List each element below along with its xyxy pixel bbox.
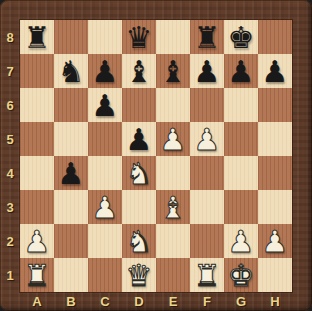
square-f7[interactable]: ♟ <box>190 54 224 88</box>
piece-black-bishop: ♝ <box>156 54 190 88</box>
square-a7[interactable] <box>20 54 54 88</box>
square-h7[interactable]: ♟ <box>258 54 292 88</box>
piece-white-knight: ♞ <box>122 224 156 258</box>
piece-black-pawn: ♟ <box>258 54 292 88</box>
piece-black-queen: ♛ <box>122 20 156 54</box>
piece-white-pawn: ♟ <box>20 224 54 258</box>
file-label-c: C <box>88 292 122 311</box>
square-f6[interactable] <box>190 88 224 122</box>
square-b2[interactable] <box>54 224 88 258</box>
piece-white-bishop: ♝ <box>156 190 190 224</box>
square-g2[interactable]: ♟ <box>224 224 258 258</box>
piece-black-pawn: ♟ <box>224 54 258 88</box>
square-f1[interactable]: ♜ <box>190 258 224 292</box>
square-h6[interactable] <box>258 88 292 122</box>
square-b8[interactable] <box>54 20 88 54</box>
square-c3[interactable]: ♟ <box>88 190 122 224</box>
square-g7[interactable]: ♟ <box>224 54 258 88</box>
rank-label-4: 4 <box>0 156 20 190</box>
square-h8[interactable] <box>258 20 292 54</box>
square-b5[interactable] <box>54 122 88 156</box>
rank-label-3: 3 <box>0 190 20 224</box>
rank-label-6: 6 <box>0 88 20 122</box>
square-h3[interactable] <box>258 190 292 224</box>
piece-black-bishop: ♝ <box>122 54 156 88</box>
square-b3[interactable] <box>54 190 88 224</box>
rank-labels: 87654321 <box>0 20 20 292</box>
square-d7[interactable]: ♝ <box>122 54 156 88</box>
square-f2[interactable] <box>190 224 224 258</box>
square-h2[interactable]: ♟ <box>258 224 292 258</box>
square-b1[interactable] <box>54 258 88 292</box>
square-d1[interactable]: ♛ <box>122 258 156 292</box>
file-label-b: B <box>54 292 88 311</box>
rank-label-7: 7 <box>0 54 20 88</box>
square-c1[interactable] <box>88 258 122 292</box>
square-c2[interactable] <box>88 224 122 258</box>
square-e8[interactable] <box>156 20 190 54</box>
board: ♜♛♜♚♞♟♝♝♟♟♟♟♟♟♟♟♞♟♝♟♞♟♟♜♛♜♚ <box>20 20 292 292</box>
piece-white-rook: ♜ <box>20 258 54 292</box>
piece-white-pawn: ♟ <box>156 122 190 156</box>
square-e5[interactable]: ♟ <box>156 122 190 156</box>
piece-black-knight: ♞ <box>54 54 88 88</box>
square-f8[interactable]: ♜ <box>190 20 224 54</box>
square-e7[interactable]: ♝ <box>156 54 190 88</box>
square-f5[interactable]: ♟ <box>190 122 224 156</box>
rank-label-8: 8 <box>0 20 20 54</box>
square-d3[interactable] <box>122 190 156 224</box>
square-c5[interactable] <box>88 122 122 156</box>
square-g1[interactable]: ♚ <box>224 258 258 292</box>
square-f3[interactable] <box>190 190 224 224</box>
file-label-f: F <box>190 292 224 311</box>
piece-white-pawn: ♟ <box>88 190 122 224</box>
square-h1[interactable] <box>258 258 292 292</box>
file-labels: ABCDEFGH <box>20 292 292 311</box>
piece-black-pawn: ♟ <box>88 54 122 88</box>
piece-black-pawn: ♟ <box>122 122 156 156</box>
square-g5[interactable] <box>224 122 258 156</box>
square-d5[interactable]: ♟ <box>122 122 156 156</box>
square-f4[interactable] <box>190 156 224 190</box>
square-a1[interactable]: ♜ <box>20 258 54 292</box>
file-label-e: E <box>156 292 190 311</box>
file-label-d: D <box>122 292 156 311</box>
square-b7[interactable]: ♞ <box>54 54 88 88</box>
square-d6[interactable] <box>122 88 156 122</box>
square-d2[interactable]: ♞ <box>122 224 156 258</box>
chess-board-frame: 87654321 ♜♛♜♚♞♟♝♝♟♟♟♟♟♟♟♟♞♟♝♟♞♟♟♜♛♜♚ ABC… <box>0 0 312 311</box>
square-d4[interactable]: ♞ <box>122 156 156 190</box>
rank-label-1: 1 <box>0 258 20 292</box>
square-e1[interactable] <box>156 258 190 292</box>
file-label-g: G <box>224 292 258 311</box>
piece-white-king: ♚ <box>224 258 258 292</box>
piece-black-pawn: ♟ <box>88 88 122 122</box>
square-a5[interactable] <box>20 122 54 156</box>
square-g4[interactable] <box>224 156 258 190</box>
rank-label-5: 5 <box>0 122 20 156</box>
square-b4[interactable]: ♟ <box>54 156 88 190</box>
rank-label-2: 2 <box>0 224 20 258</box>
square-e3[interactable]: ♝ <box>156 190 190 224</box>
file-label-h: H <box>258 292 292 311</box>
square-c7[interactable]: ♟ <box>88 54 122 88</box>
square-a6[interactable] <box>20 88 54 122</box>
square-c8[interactable] <box>88 20 122 54</box>
square-e6[interactable] <box>156 88 190 122</box>
piece-white-pawn: ♟ <box>258 224 292 258</box>
square-a3[interactable] <box>20 190 54 224</box>
piece-white-knight: ♞ <box>122 156 156 190</box>
square-g6[interactable] <box>224 88 258 122</box>
square-h5[interactable] <box>258 122 292 156</box>
piece-black-king: ♚ <box>224 20 258 54</box>
square-c4[interactable] <box>88 156 122 190</box>
square-h4[interactable] <box>258 156 292 190</box>
square-b6[interactable] <box>54 88 88 122</box>
piece-black-pawn: ♟ <box>190 54 224 88</box>
square-c6[interactable]: ♟ <box>88 88 122 122</box>
square-g3[interactable] <box>224 190 258 224</box>
square-e4[interactable] <box>156 156 190 190</box>
piece-white-rook: ♜ <box>190 258 224 292</box>
square-a2[interactable]: ♟ <box>20 224 54 258</box>
piece-white-pawn: ♟ <box>224 224 258 258</box>
square-a8[interactable]: ♜ <box>20 20 54 54</box>
piece-black-pawn: ♟ <box>54 156 88 190</box>
square-d8[interactable]: ♛ <box>122 20 156 54</box>
square-e2[interactable] <box>156 224 190 258</box>
piece-white-queen: ♛ <box>122 258 156 292</box>
piece-black-rook: ♜ <box>190 20 224 54</box>
piece-black-rook: ♜ <box>20 20 54 54</box>
file-label-a: A <box>20 292 54 311</box>
square-g8[interactable]: ♚ <box>224 20 258 54</box>
piece-white-pawn: ♟ <box>190 122 224 156</box>
square-a4[interactable] <box>20 156 54 190</box>
